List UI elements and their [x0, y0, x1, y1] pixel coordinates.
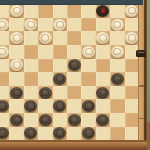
light-piece[interactable] [111, 46, 124, 58]
light-piece[interactable] [111, 19, 124, 31]
board-square-r4c6[interactable] [81, 59, 95, 73]
board-square-r3c0[interactable] [0, 45, 9, 59]
board-square-r5c4[interactable] [53, 72, 67, 86]
board-square-r7c6[interactable] [81, 99, 95, 113]
board-square-r0c9[interactable] [125, 4, 139, 18]
board-square-r7c0[interactable] [0, 99, 9, 113]
board-square-r6c1[interactable] [9, 86, 23, 100]
light-piece[interactable] [10, 59, 23, 71]
board-square-r4c9[interactable] [125, 59, 139, 73]
board-square-r9c7[interactable] [96, 127, 110, 141]
dark-piece[interactable] [53, 73, 66, 85]
light-piece[interactable] [0, 19, 9, 31]
dark-piece[interactable] [24, 127, 37, 139]
board-square-r6c3[interactable] [38, 86, 52, 100]
dark-piece[interactable] [10, 114, 23, 126]
board-square-r7c7[interactable] [96, 99, 110, 113]
light-piece[interactable] [125, 5, 138, 17]
board-square-r1c0[interactable] [0, 18, 9, 32]
light-piece[interactable] [10, 32, 23, 44]
board-square-r6c5[interactable] [67, 86, 81, 100]
board-square-r6c4[interactable] [53, 86, 67, 100]
board-square-r1c9[interactable] [125, 18, 139, 32]
board-square-r3c6[interactable] [81, 45, 95, 59]
board-square-r2c4[interactable] [53, 31, 67, 45]
board-square-r4c5[interactable] [67, 59, 81, 73]
checkers-board[interactable]: ♛ [0, 4, 139, 140]
board-square-r9c4[interactable] [53, 127, 67, 141]
board-square-r8c6[interactable] [81, 113, 95, 127]
dark-piece[interactable] [68, 59, 81, 71]
light-piece[interactable] [125, 32, 138, 44]
board-square-r4c3[interactable] [38, 59, 52, 73]
board-square-r7c2[interactable] [24, 99, 38, 113]
board-square-r9c0[interactable] [0, 127, 9, 141]
light-piece[interactable] [53, 19, 66, 31]
board-square-r8c7[interactable] [96, 113, 110, 127]
board-square-r3c1[interactable] [9, 45, 23, 59]
checkers-game-scene: ♛ [0, 0, 150, 150]
board-square-r5c8[interactable] [110, 72, 124, 86]
board-square-r9c2[interactable] [24, 127, 38, 141]
board-square-r3c3[interactable] [38, 45, 52, 59]
top-panel-edge [0, 0, 143, 5]
dark-piece[interactable] [0, 127, 9, 139]
board-square-r8c5[interactable] [67, 113, 81, 127]
board-square-r9c5[interactable] [67, 127, 81, 141]
light-piece[interactable] [10, 5, 23, 17]
board-square-r4c8[interactable] [110, 59, 124, 73]
board-square-r2c9[interactable] [125, 31, 139, 45]
dark-piece[interactable] [0, 100, 9, 112]
dark-piece[interactable] [82, 127, 95, 139]
light-piece[interactable] [82, 46, 95, 58]
board-square-r2c1[interactable] [9, 31, 23, 45]
board-square-r3c4[interactable] [53, 45, 67, 59]
board-square-r2c2[interactable] [24, 31, 38, 45]
board-square-r3c7[interactable] [96, 45, 110, 59]
board-square-r2c3[interactable] [38, 31, 52, 45]
dark-piece[interactable] [10, 87, 23, 99]
board-square-r1c6[interactable] [81, 18, 95, 32]
board-square-r9c3[interactable] [38, 127, 52, 141]
dark-piece[interactable] [53, 100, 66, 112]
board-square-r5c6[interactable] [81, 72, 95, 86]
board-square-r5c7[interactable] [96, 72, 110, 86]
board-square-r3c2[interactable] [24, 45, 38, 59]
board-square-r7c8[interactable] [110, 99, 124, 113]
light-piece[interactable] [24, 19, 37, 31]
dark-piece[interactable] [39, 87, 52, 99]
board-square-r6c8[interactable] [110, 86, 124, 100]
board-square-r0c3[interactable] [38, 4, 52, 18]
board-square-r0c6[interactable] [81, 4, 95, 18]
board-square-r0c0[interactable] [0, 4, 9, 18]
king-crown-icon: ♛ [99, 7, 106, 15]
dark-piece[interactable] [111, 73, 124, 85]
board-square-r8c4[interactable] [53, 113, 67, 127]
board-square-r6c6[interactable] [81, 86, 95, 100]
board-square-r3c5[interactable] [67, 45, 81, 59]
board-square-r9c8[interactable] [110, 127, 124, 141]
board-square-r9c1[interactable] [9, 127, 23, 141]
dark-piece[interactable] [82, 100, 95, 112]
board-square-r2c8[interactable] [110, 31, 124, 45]
board-square-r1c2[interactable] [24, 18, 38, 32]
board-square-r7c3[interactable] [38, 99, 52, 113]
board-square-r5c3[interactable] [38, 72, 52, 86]
board-frame-right [138, 0, 147, 150]
board-square-r2c6[interactable] [81, 31, 95, 45]
board-square-r2c5[interactable] [67, 31, 81, 45]
dark-king-piece[interactable]: ♛ [96, 5, 109, 17]
board-square-r1c7[interactable] [96, 18, 110, 32]
board-square-r1c5[interactable] [67, 18, 81, 32]
board-square-r2c7[interactable] [96, 31, 110, 45]
board-square-r3c8[interactable] [110, 45, 124, 59]
board-square-r5c1[interactable] [9, 72, 23, 86]
board-square-r8c2[interactable] [24, 113, 38, 127]
frame-notch [139, 85, 144, 87]
board-square-r6c0[interactable] [0, 86, 9, 100]
board-square-r0c7[interactable]: ♛ [96, 4, 110, 18]
board-square-r0c4[interactable] [53, 4, 67, 18]
board-square-r6c2[interactable] [24, 86, 38, 100]
board-square-r2c0[interactable] [0, 31, 9, 45]
board-square-r8c8[interactable] [110, 113, 124, 127]
board-square-r6c9[interactable] [125, 86, 139, 100]
board-square-r7c5[interactable] [67, 99, 81, 113]
board-square-r8c9[interactable] [125, 113, 139, 127]
board-square-r9c9[interactable] [125, 127, 139, 141]
board-square-r4c1[interactable] [9, 59, 23, 73]
light-piece[interactable] [39, 32, 52, 44]
board-square-r7c9[interactable] [125, 99, 139, 113]
board-frame-bottom [0, 140, 147, 150]
board-square-r0c8[interactable] [110, 4, 124, 18]
dark-piece[interactable] [96, 87, 109, 99]
board-square-r4c2[interactable] [24, 59, 38, 73]
board-square-r0c5[interactable] [67, 4, 81, 18]
board-square-r1c3[interactable] [38, 18, 52, 32]
light-piece[interactable] [96, 32, 109, 44]
board-square-r8c3[interactable] [38, 113, 52, 127]
board-square-r5c9[interactable] [125, 72, 139, 86]
board-square-r0c2[interactable] [24, 4, 38, 18]
board-square-r7c1[interactable] [9, 99, 23, 113]
board-square-r4c4[interactable] [53, 59, 67, 73]
dark-piece[interactable] [68, 114, 81, 126]
light-piece[interactable] [0, 46, 9, 58]
board-square-r9c6[interactable] [81, 127, 95, 141]
dark-piece[interactable] [53, 127, 66, 139]
board-square-r1c8[interactable] [110, 18, 124, 32]
board-hinge-latch [136, 50, 146, 57]
board-square-r8c1[interactable] [9, 113, 23, 127]
board-square-r5c2[interactable] [24, 72, 38, 86]
board-square-r8c0[interactable] [0, 113, 9, 127]
dark-piece[interactable] [96, 114, 109, 126]
dark-piece[interactable] [39, 114, 52, 126]
board-square-r1c1[interactable] [9, 18, 23, 32]
board-square-r4c7[interactable] [96, 59, 110, 73]
board-square-r0c1[interactable] [9, 4, 23, 18]
board-square-r4c0[interactable] [0, 59, 9, 73]
board-square-r1c4[interactable] [53, 18, 67, 32]
board-square-r5c5[interactable] [67, 72, 81, 86]
board-square-r5c0[interactable] [0, 72, 9, 86]
board-square-r7c4[interactable] [53, 99, 67, 113]
dark-piece[interactable] [24, 100, 37, 112]
board-square-r6c7[interactable] [96, 86, 110, 100]
